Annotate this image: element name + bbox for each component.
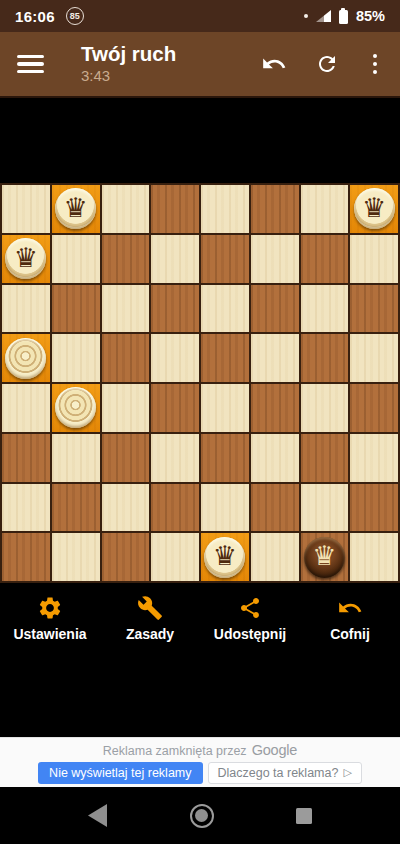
square-d2[interactable] [151, 484, 199, 532]
clock: 16:06 [15, 8, 55, 25]
why-ad-button[interactable]: Dlaczego ta reklama? ▷ [208, 762, 362, 784]
square-e5[interactable] [201, 334, 249, 382]
square-h2[interactable] [350, 484, 398, 532]
square-f1[interactable] [251, 533, 299, 581]
square-a2[interactable] [2, 484, 50, 532]
undo-label: Cofnij [330, 626, 370, 642]
square-e6[interactable] [201, 285, 249, 333]
square-f2[interactable] [251, 484, 299, 532]
square-b1[interactable] [52, 533, 100, 581]
home-button[interactable] [190, 804, 214, 828]
signal-icon [316, 10, 331, 22]
square-f8[interactable] [251, 185, 299, 233]
square-f5[interactable] [251, 334, 299, 382]
google-logo: Google [252, 742, 298, 758]
king-crown-icon: ♛ [213, 542, 237, 569]
square-d6[interactable] [151, 285, 199, 333]
share-button[interactable]: Udostępnij [200, 594, 300, 642]
square-b2[interactable] [52, 484, 100, 532]
home-circle-icon [195, 809, 208, 822]
square-d3[interactable] [151, 434, 199, 482]
square-e4[interactable] [201, 384, 249, 432]
share-icon [237, 594, 264, 621]
square-h5[interactable] [350, 334, 398, 382]
overflow-menu-button[interactable] [367, 54, 384, 75]
back-button[interactable] [88, 804, 107, 827]
wrench-icon [137, 594, 164, 621]
battery-icon [339, 10, 348, 24]
king-crown-icon: ♛ [362, 194, 386, 221]
undo-icon [337, 594, 364, 621]
square-f7[interactable] [251, 235, 299, 283]
square-g6[interactable] [301, 285, 349, 333]
menu-button[interactable] [17, 55, 44, 74]
dismiss-ad-button[interactable]: Nie wyświetlaj tej reklamy [38, 762, 202, 784]
bottom-spacer [0, 650, 400, 737]
notification-dot-icon [304, 14, 308, 18]
square-a7[interactable]: ♛ [2, 235, 50, 283]
more-vert-icon [373, 54, 378, 59]
white-king-piece[interactable]: ♛ [5, 238, 46, 279]
square-f6[interactable] [251, 285, 299, 333]
square-h6[interactable] [350, 285, 398, 333]
undo-move-button[interactable]: Cofnij [300, 594, 400, 642]
square-e8[interactable] [201, 185, 249, 233]
square-d1[interactable] [151, 533, 199, 581]
square-a5[interactable] [2, 334, 50, 382]
square-g7[interactable] [301, 235, 349, 283]
square-g8[interactable] [301, 185, 349, 233]
square-g1[interactable]: ♛ [301, 533, 349, 581]
white-man-piece[interactable] [55, 387, 96, 428]
square-g3[interactable] [301, 434, 349, 482]
title-block: Twój ruch 3:43 [81, 43, 176, 85]
square-d7[interactable] [151, 235, 199, 283]
page-title: Twój ruch [81, 43, 176, 66]
square-h3[interactable] [350, 434, 398, 482]
square-h4[interactable] [350, 384, 398, 432]
settings-label: Ustawienia [13, 626, 86, 642]
ad-header: Reklama zamknięta przez Google [103, 742, 297, 758]
screen: 16:06 85 85% Twój ruch 3:43 [0, 0, 400, 844]
square-c5[interactable] [102, 334, 150, 382]
gear-icon [37, 594, 64, 621]
top-spacer [0, 98, 400, 183]
black-king-piece[interactable]: ♛ [304, 537, 345, 578]
square-g2[interactable] [301, 484, 349, 532]
white-king-piece[interactable]: ♛ [354, 188, 395, 229]
recents-button[interactable] [296, 808, 312, 824]
undo-icon [261, 51, 287, 77]
square-e1[interactable]: ♛ [201, 533, 249, 581]
restart-icon [315, 52, 339, 76]
restart-button[interactable] [314, 51, 340, 77]
square-e7[interactable] [201, 235, 249, 283]
settings-button[interactable]: Ustawienia [0, 594, 100, 642]
square-b3[interactable] [52, 434, 100, 482]
square-a3[interactable] [2, 434, 50, 482]
white-man-piece[interactable] [5, 338, 46, 379]
adchoices-icon: ▷ [343, 766, 351, 779]
checkers-board: ♛♛♛♛♛ [0, 183, 400, 583]
square-c3[interactable] [102, 434, 150, 482]
square-f3[interactable] [251, 434, 299, 482]
king-crown-icon: ♛ [14, 244, 38, 271]
square-b6[interactable] [52, 285, 100, 333]
square-a8[interactable] [2, 185, 50, 233]
undo-button[interactable] [261, 51, 287, 77]
square-c1[interactable] [102, 533, 150, 581]
status-bar: 16:06 85 85% [0, 0, 400, 32]
square-b7[interactable] [52, 235, 100, 283]
app-bar: Twój ruch 3:43 [0, 32, 400, 98]
square-c4[interactable] [102, 384, 150, 432]
android-nav-bar [0, 787, 400, 844]
square-d4[interactable] [151, 384, 199, 432]
battery-percent: 85% [356, 8, 385, 24]
move-timer: 3:43 [81, 68, 176, 85]
share-label: Udostępnij [214, 626, 286, 642]
hamburger-icon [17, 55, 44, 58]
rules-label: Zasady [126, 626, 174, 642]
square-c2[interactable] [102, 484, 150, 532]
square-e2[interactable] [201, 484, 249, 532]
square-h1[interactable] [350, 533, 398, 581]
square-e3[interactable] [201, 434, 249, 482]
square-h7[interactable] [350, 235, 398, 283]
king-crown-icon: ♛ [312, 542, 336, 569]
square-f4[interactable] [251, 384, 299, 432]
square-a6[interactable] [2, 285, 50, 333]
battery-badge-icon: 85 [66, 7, 84, 25]
square-c6[interactable] [102, 285, 150, 333]
white-king-piece[interactable]: ♛ [204, 537, 245, 578]
square-c7[interactable] [102, 235, 150, 283]
bottom-toolbar: Ustawienia Zasady Udostępnij Cofnij [0, 583, 400, 650]
square-a1[interactable] [2, 533, 50, 581]
white-king-piece[interactable]: ♛ [55, 188, 96, 229]
square-h8[interactable]: ♛ [350, 185, 398, 233]
square-g5[interactable] [301, 334, 349, 382]
king-crown-icon: ♛ [64, 194, 88, 221]
square-d8[interactable] [151, 185, 199, 233]
ad-banner: Reklama zamknięta przez Google Nie wyświ… [0, 737, 400, 787]
square-d5[interactable] [151, 334, 199, 382]
square-b8[interactable]: ♛ [52, 185, 100, 233]
square-b5[interactable] [52, 334, 100, 382]
square-c8[interactable] [102, 185, 150, 233]
square-g4[interactable] [301, 384, 349, 432]
square-b4[interactable] [52, 384, 100, 432]
square-a4[interactable] [2, 384, 50, 432]
rules-button[interactable]: Zasady [100, 594, 200, 642]
